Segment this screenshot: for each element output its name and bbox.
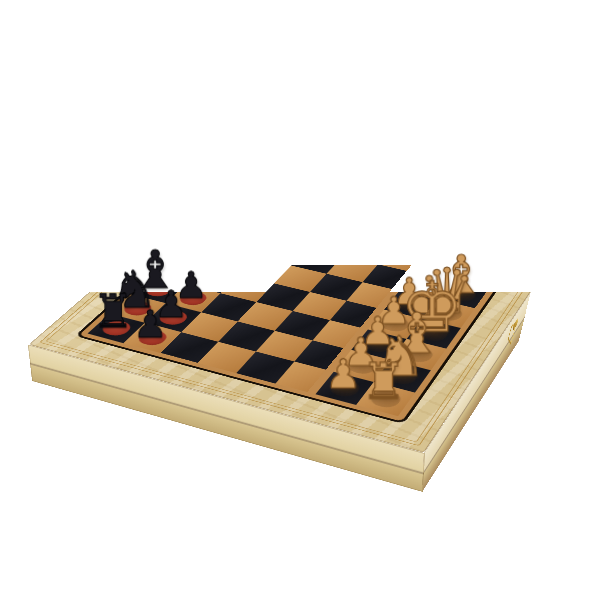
black-pawn-piece[interactable]: ♟ [213,233,244,265]
square-c4[interactable] [327,256,378,282]
board-top-face: ♜♞♝♛♚♝♞♜♟♟♟♟♟♟♟♟♟♟♟♟♟♟♟♟♜♞♝♛♚♝♞♜ [29,174,562,453]
piece-base-felt [249,221,281,236]
clasp-loop [508,322,515,346]
black-pawn-piece[interactable]: ♟ [248,201,278,232]
piece-base-felt [216,214,248,229]
square-a5[interactable] [323,216,372,240]
square-c6[interactable] [257,241,308,266]
piece-base-felt [232,237,265,253]
square-c5[interactable] [291,248,342,273]
black-pawn-piece[interactable]: ♟ [133,307,167,342]
chess-box: ♜♞♝♛♚♝♞♜♟♟♟♟♟♟♟♟♟♟♟♟♟♟♟♟♜♞♝♛♚♝♞♜ [29,174,562,453]
square-b7[interactable]: ♟ [240,217,290,241]
square-d7[interactable]: ♟ [204,249,256,275]
square-a8[interactable]: ♜ [224,195,273,217]
square-b4[interactable] [342,239,392,264]
white-pawn-piece[interactable]: ♟ [325,356,361,393]
square-b5[interactable] [308,232,358,256]
square-h1[interactable]: ♜ [356,382,415,416]
piece-base-felt [198,230,231,246]
black-bishop-piece[interactable]: ♝ [190,197,234,242]
square-b8[interactable]: ♞ [207,210,257,233]
square-d6[interactable] [239,257,291,283]
product-photo-scene: ♜♞♝♛♚♝♞♜♟♟♟♟♟♟♟♟♟♟♟♟♟♟♟♟♜♞♝♛♚♝♞♜ [0,0,600,600]
chessboard-grid: ♜♞♝♛♚♝♞♜♟♟♟♟♟♟♟♟♟♟♟♟♟♟♟♟♜♞♝♛♚♝♞♜ [29,174,562,453]
square-b6[interactable] [274,224,324,248]
square-d5[interactable] [274,266,326,292]
black-rook-piece[interactable]: ♜ [229,172,265,209]
piece-base-felt [233,198,265,212]
square-c8[interactable]: ♝ [189,225,240,249]
square-a7[interactable]: ♟ [257,202,306,225]
black-pawn-piece[interactable]: ♟ [265,185,295,215]
piece-base-felt [265,206,297,221]
piece-base-felt [180,246,214,262]
square-a4[interactable] [358,223,407,247]
piece-base-felt [214,254,248,271]
square-c7[interactable]: ♟ [222,233,273,258]
square-a3[interactable] [393,231,442,255]
black-pawn-piece[interactable]: ♟ [231,217,262,248]
square-a6[interactable] [290,209,339,232]
black-rook-piece[interactable]: ♜ [93,291,134,333]
black-knight-piece[interactable]: ♞ [209,183,251,226]
white-rook-piece[interactable]: ♜ [362,359,406,405]
